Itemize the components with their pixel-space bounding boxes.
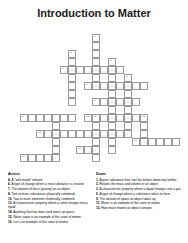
grid-background [28,130,36,138]
grid-background [52,74,60,82]
grid-cell[interactable]: 10 [84,114,92,122]
grid-background [100,138,108,146]
clue-item: 7. The amount of force (gravity) on an o… [8,187,96,191]
clue-number: 3. [96,187,100,191]
grid-background [76,122,84,130]
grid-cell[interactable] [52,138,60,146]
grid-cell[interactable] [68,90,76,98]
grid-background [44,146,52,154]
grid-background [116,58,124,66]
clue-number: 6. [8,182,12,186]
grid-cell[interactable] [116,98,124,106]
grid-background [100,50,108,58]
grid-cell[interactable] [100,130,108,138]
grid-background [148,114,156,122]
grid-background [148,130,156,138]
grid-background [164,122,172,130]
grid-cell[interactable] [100,114,108,122]
grid-background [100,34,108,42]
grid-background [68,146,76,154]
grid-cell[interactable]: 15 [76,146,84,154]
grid-background [108,154,116,162]
clue-item: 15. Water vapor is an example of this st… [8,215,96,219]
grid-background [172,106,180,114]
grid-background [84,90,92,98]
grid-cell[interactable] [92,58,100,66]
clue-item: 3. A characteristic property where a liq… [96,187,184,191]
grid-background [132,50,140,58]
grid-cell[interactable] [28,114,36,122]
grid-cell[interactable] [44,130,52,138]
grid-background [44,50,52,58]
grid-background [44,74,52,82]
grid-background [44,90,52,98]
grid-background [60,154,68,162]
grid-background [124,34,132,42]
grid-cell[interactable] [92,122,100,130]
grid-background [148,106,156,114]
grid-background [84,106,92,114]
grid-background [76,98,84,106]
grid-cell[interactable] [108,82,116,90]
grid-cell[interactable] [28,154,36,162]
grid-background [172,42,180,50]
grid-background [172,74,180,82]
grid-background [20,98,28,106]
grid-background [148,98,156,106]
grid-cell[interactable] [124,122,132,130]
grid-cell[interactable] [156,138,164,146]
grid-cell[interactable] [108,90,116,98]
grid-background [116,146,124,154]
grid-cell[interactable]: 7 [92,98,100,106]
grid-cell[interactable] [68,82,76,90]
grid-background [84,58,92,66]
grid-cell[interactable] [84,146,92,154]
grid-cell[interactable] [92,42,100,50]
grid-background [12,138,20,146]
clue-item: 14. Anything that has mass and takes up … [8,210,96,214]
grid-cell[interactable] [124,90,132,98]
grid-cell[interactable] [140,130,148,138]
grid-background [12,154,20,162]
grid-cell[interactable] [108,122,116,130]
cell-number: 4 [62,67,63,70]
grid-cell[interactable] [124,130,132,138]
grid-background [52,98,60,106]
grid-background [108,42,116,50]
clue-number: 5. [96,192,100,196]
grid-background [156,146,164,154]
grid-background [132,130,140,138]
clue-item: 5. A type of change where a substance al… [96,192,184,196]
grid-background [20,82,28,90]
grid-background [124,58,132,66]
clue-item: 6. A type of change where a new substanc… [8,182,96,186]
grid-cell[interactable] [132,114,140,122]
grid-cell[interactable] [36,114,44,122]
grid-cell[interactable] [164,138,172,146]
grid-cell[interactable]: 9 [52,114,60,122]
grid-cell[interactable]: 3 [108,58,116,66]
grid-cell[interactable] [108,146,116,154]
grid-background [52,66,60,74]
grid-background [36,122,44,130]
grid-background [36,106,44,114]
cell-number: 3 [110,59,111,62]
grid-cell[interactable]: 1 [92,34,100,42]
grid-background [148,50,156,58]
grid-background [164,146,172,154]
grid-background [76,50,84,58]
grid-background [116,34,124,42]
grid-cell[interactable] [140,122,148,130]
grid-cell[interactable] [92,146,100,154]
cell-number: 6 [86,83,87,86]
grid-background [12,74,20,82]
grid-background [140,58,148,66]
grid-cell[interactable] [44,114,52,122]
grid-cell[interactable] [52,130,60,138]
grid-background [140,90,148,98]
grid-background [148,122,156,130]
grid-background [44,138,52,146]
grid-cell[interactable] [108,114,116,122]
grid-cell[interactable] [76,130,84,138]
grid-cell[interactable]: 5 [124,74,132,82]
grid-cell[interactable] [116,130,124,138]
grid-cell[interactable]: 13 [36,130,44,138]
grid-cell[interactable] [44,154,52,162]
grid-cell[interactable] [140,82,148,90]
grid-background [44,34,52,42]
grid-cell[interactable] [124,98,132,106]
grid-cell[interactable] [92,50,100,58]
grid-cell[interactable]: 16 [20,154,28,162]
grid-cell[interactable] [36,154,44,162]
grid-background [28,50,36,58]
grid-cell[interactable]: 4 [60,66,68,74]
grid-background [36,98,44,106]
cell-number: 15 [78,147,81,150]
grid-background [100,106,108,114]
grid-cell[interactable] [92,66,100,74]
grid-background [76,74,84,82]
grid-cell[interactable] [92,130,100,138]
grid-background [156,122,164,130]
clue-item: 4. A "well-mixed" mixture [8,177,96,181]
grid-background [140,146,148,154]
cell-number: 2 [70,51,71,54]
grid-background [52,82,60,90]
grid-background [52,42,60,50]
grid-cell[interactable] [108,106,116,114]
grid-cell[interactable] [84,130,92,138]
grid-cell[interactable] [124,82,132,90]
grid-cell[interactable]: 11 [92,114,100,122]
grid-background [124,146,132,154]
across-heading: Across [8,172,96,176]
grid-background [60,74,68,82]
grid-background [36,58,44,66]
grid-cell[interactable]: 6 [84,82,92,90]
grid-cell[interactable] [124,114,132,122]
grid-background [156,74,164,82]
cell-number: 8 [22,115,23,118]
grid-cell[interactable] [148,138,156,146]
grid-background [140,50,148,58]
grid-background [156,34,164,42]
grid-background [116,154,124,162]
grid-background [60,138,68,146]
grid-cell[interactable] [172,138,180,146]
grid-cell[interactable] [100,66,108,74]
grid-cell[interactable] [76,66,84,74]
clue-number: 14. [8,210,13,214]
grid-background [60,50,68,58]
grid-cell[interactable] [140,138,148,146]
grid-background [36,146,44,154]
grid-background [116,74,124,82]
grid-background [44,106,52,114]
grid-background [148,82,156,90]
grid-background [76,82,84,90]
grid-background [20,74,28,82]
grid-background [76,58,84,66]
cell-number: 11 [94,115,97,118]
grid-cell[interactable] [108,74,116,82]
grid-background [28,42,36,50]
grid-background [132,106,140,114]
grid-background [132,42,140,50]
grid-background [156,66,164,74]
grid-background [76,42,84,50]
clue-item: 9. The amount of space an object takes u… [96,196,184,200]
grid-cell[interactable] [116,114,124,122]
grid-background [148,66,156,74]
grid-background [156,82,164,90]
grid-cell[interactable] [68,74,76,82]
grid-background [12,146,20,154]
grid-background [156,50,164,58]
grid-cell[interactable]: 14 [132,138,140,146]
grid-background [12,130,20,138]
grid-cell[interactable] [52,154,60,162]
grid-background [172,122,180,130]
grid-background [20,58,28,66]
clue-number: 7. [8,187,12,191]
grid-cell[interactable] [108,130,116,138]
grid-background [52,50,60,58]
grid-background [52,90,60,98]
grid-background [156,106,164,114]
grid-background [148,146,156,154]
grid-background [164,106,172,114]
grid-background [20,138,28,146]
grid-background [12,90,20,98]
clue-number: 11. [96,201,101,205]
grid-background [164,130,172,138]
grid-background [132,74,140,82]
grid-cell[interactable] [108,66,116,74]
clue-number: 10. [8,196,13,200]
grid-background [132,34,140,42]
grid-background [164,50,172,58]
grid-background [60,58,68,66]
grid-background [164,114,172,122]
grid-cell[interactable]: 2 [68,50,76,58]
cell-number: 1 [94,35,95,38]
down-clue-list: 1. A pure substance that can't be broken… [96,177,184,209]
grid-background [12,122,20,130]
grid-cell[interactable] [68,66,76,74]
grid-background [28,106,36,114]
grid-background [156,98,164,106]
grid-background [76,154,84,162]
grid-background [164,154,172,162]
grid-background [60,90,68,98]
grid-background [100,146,108,154]
grid-background [20,42,28,50]
grid-background [12,82,20,90]
grid-background [68,154,76,162]
clue-number: 12. [96,206,101,210]
grid-cell[interactable] [100,82,108,90]
grid-background [116,122,124,130]
grid-background [100,58,108,66]
grid-cell[interactable] [84,66,92,74]
grid-background [116,106,124,114]
grid-cell[interactable]: 8 [20,114,28,122]
grid-background [156,42,164,50]
grid-cell[interactable] [116,82,124,90]
grid-cell[interactable] [68,98,76,106]
grid-background [76,114,84,122]
grid-background [164,66,172,74]
grid-cell[interactable] [52,146,60,154]
grid-background [164,90,172,98]
grid-cell[interactable] [68,114,76,122]
grid-cell[interactable] [100,98,108,106]
grid-background [172,66,180,74]
grid-background [76,138,84,146]
cell-number: 14 [134,139,137,142]
grid-background [28,66,36,74]
grid-cell[interactable] [60,130,68,138]
grid-background [36,42,44,50]
grid-background [100,42,108,50]
grid-background [172,130,180,138]
grid-cell[interactable] [92,82,100,90]
grid-background [156,154,164,162]
grid-background [172,114,180,122]
grid-background [84,74,92,82]
grid-background [164,98,172,106]
clue-item: 12. How much matter an object contains [96,206,184,210]
clue-item: 13. A characteristic property where a so… [8,201,96,209]
grid-background [44,82,52,90]
grid-background [44,122,52,130]
grid-background [124,50,132,58]
grid-background [60,34,68,42]
grid-background [20,122,28,130]
grid-background [156,130,164,138]
grid-background [172,146,180,154]
grid-background [60,146,68,154]
clue-number: 2. [96,182,100,186]
grid-background [28,34,36,42]
grid-cell[interactable]: 12 [140,114,148,122]
grid-background [36,50,44,58]
grid-background [76,90,84,98]
grid-cell[interactable] [116,66,124,74]
grid-cell[interactable] [60,114,68,122]
grid-cell[interactable] [132,82,140,90]
grid-background [148,34,156,42]
grid-background [60,42,68,50]
grid-cell[interactable] [132,98,140,106]
grid-cell[interactable] [68,58,76,66]
grid-background [116,50,124,58]
grid-background [164,42,172,50]
cell-number: 12 [142,115,145,118]
grid-background [68,42,76,50]
grid-background [12,34,20,42]
clue-number: 4. [8,177,12,181]
grid-background [44,58,52,66]
grid-background [124,154,132,162]
across-clues-section: Across 4. A "well-mixed" mixture6. A typ… [8,172,94,243]
grid-cell[interactable] [124,106,132,114]
grid-cell[interactable] [92,138,100,146]
grid-background [84,138,92,146]
grid-background [36,34,44,42]
grid-cell[interactable] [92,154,100,162]
grid-background [156,90,164,98]
grid-background [148,74,156,82]
grid-background [52,106,60,114]
grid-background [108,34,116,42]
grid-background [28,138,36,146]
cell-number: 10 [86,115,89,118]
cell-number: 16 [22,155,25,158]
grid-cell[interactable] [68,130,76,138]
grid-background [156,58,164,66]
grid-background [20,130,28,138]
grid-background [60,98,68,106]
grid-background [60,122,68,130]
grid-background [28,122,36,130]
grid-background [172,34,180,42]
grid-background [132,122,140,130]
grid-background [20,146,28,154]
grid-background [132,66,140,74]
grid-cell[interactable] [108,138,116,146]
grid-cell[interactable] [52,122,60,130]
grid-background [132,146,140,154]
down-clues-section: Down 1. A pure substance that can't be b… [96,172,186,243]
grid-background [100,154,108,162]
clue-number: 8. [8,192,12,196]
grid-background [172,90,180,98]
grid-cell[interactable] [108,98,116,106]
grid-background [12,66,20,74]
clue-item: 8. Two or more substances physically com… [8,192,96,196]
grid-cell[interactable] [92,74,100,82]
grid-background [12,106,20,114]
grid-background [132,90,140,98]
grid-background [76,106,84,114]
